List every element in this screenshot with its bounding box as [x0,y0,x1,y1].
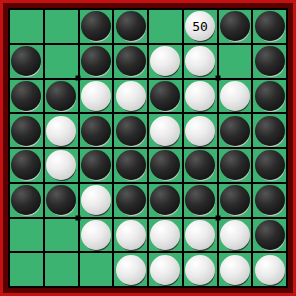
cell-d2[interactable] [114,45,147,78]
black-disc-h4 [255,116,285,146]
white-disc-f7 [185,220,215,250]
cell-c7[interactable] [80,219,113,252]
black-disc-c1 [81,11,111,41]
white-disc-c3 [81,81,111,111]
cell-e8[interactable] [149,253,182,286]
cell-f4[interactable] [184,114,217,147]
board-star-dot [76,76,81,81]
white-disc-f1: 50 [185,11,215,41]
black-disc-a6 [11,185,41,215]
black-disc-e5 [150,150,180,180]
black-disc-a5 [11,150,41,180]
white-disc-e8 [150,255,180,285]
cell-b5[interactable] [45,149,78,182]
black-disc-g6 [220,185,250,215]
cell-c6[interactable] [80,184,113,217]
cell-g5[interactable] [219,149,252,182]
cell-a3[interactable] [10,80,43,113]
white-disc-d7 [116,220,146,250]
cell-b3[interactable] [45,80,78,113]
black-disc-h5 [255,150,285,180]
cell-a5[interactable] [10,149,43,182]
black-disc-d4 [116,116,146,146]
cell-a2[interactable] [10,45,43,78]
white-disc-f3 [185,81,215,111]
white-disc-c7 [81,220,111,250]
black-disc-d1 [116,11,146,41]
cell-e6[interactable] [149,184,182,217]
white-disc-f8 [185,255,215,285]
black-disc-f6 [185,185,215,215]
white-disc-d3 [116,81,146,111]
cell-h5[interactable] [253,149,286,182]
black-disc-c2 [81,46,111,76]
cell-d5[interactable] [114,149,147,182]
cell-h6[interactable] [253,184,286,217]
cell-e2[interactable] [149,45,182,78]
cell-e4[interactable] [149,114,182,147]
cell-b8[interactable] [45,253,78,286]
cell-h2[interactable] [253,45,286,78]
cell-f8[interactable] [184,253,217,286]
black-disc-c5 [81,150,111,180]
white-disc-d8 [116,255,146,285]
board-frame: 50 [0,0,296,296]
board-star-dot [76,216,81,221]
cell-f1[interactable]: 50 [184,10,217,43]
othello-board: 50 [8,8,288,288]
cell-c4[interactable] [80,114,113,147]
black-disc-h7 [255,220,285,250]
black-disc-h1 [255,11,285,41]
cell-c5[interactable] [80,149,113,182]
cell-c2[interactable] [80,45,113,78]
cell-e7[interactable] [149,219,182,252]
cell-a7[interactable] [10,219,43,252]
black-disc-d6 [116,185,146,215]
cell-c8[interactable] [80,253,113,286]
cell-d8[interactable] [114,253,147,286]
white-disc-e2 [150,46,180,76]
cell-b2[interactable] [45,45,78,78]
cell-f7[interactable] [184,219,217,252]
white-disc-h8 [255,255,285,285]
white-disc-g3 [220,81,250,111]
cell-d3[interactable] [114,80,147,113]
cell-e3[interactable] [149,80,182,113]
black-disc-a3 [11,81,41,111]
white-disc-b4 [46,116,76,146]
white-disc-g8 [220,255,250,285]
cell-b7[interactable] [45,219,78,252]
black-disc-f5 [185,150,215,180]
cell-h1[interactable] [253,10,286,43]
last-move-number: 50 [192,20,208,33]
cell-g8[interactable] [219,253,252,286]
white-disc-b5 [46,150,76,180]
cell-e1[interactable] [149,10,182,43]
cell-e5[interactable] [149,149,182,182]
black-disc-b6 [46,185,76,215]
cell-f6[interactable] [184,184,217,217]
cell-h4[interactable] [253,114,286,147]
black-disc-e6 [150,185,180,215]
white-disc-c6 [81,185,111,215]
board-star-dot [216,76,221,81]
black-disc-h6 [255,185,285,215]
cell-h8[interactable] [253,253,286,286]
white-disc-g7 [220,220,250,250]
board-star-dot [216,216,221,221]
white-disc-e4 [150,116,180,146]
cell-g2[interactable] [219,45,252,78]
black-disc-g5 [220,150,250,180]
cell-h3[interactable] [253,80,286,113]
cell-a1[interactable] [10,10,43,43]
cell-a8[interactable] [10,253,43,286]
cell-b1[interactable] [45,10,78,43]
cell-g1[interactable] [219,10,252,43]
black-disc-g1 [220,11,250,41]
cell-a4[interactable] [10,114,43,147]
black-disc-h3 [255,81,285,111]
cell-c1[interactable] [80,10,113,43]
cell-d7[interactable] [114,219,147,252]
cell-b6[interactable] [45,184,78,217]
black-disc-b3 [46,81,76,111]
black-disc-d2 [116,46,146,76]
black-disc-g4 [220,116,250,146]
black-disc-h2 [255,46,285,76]
cell-g3[interactable] [219,80,252,113]
cell-a6[interactable] [10,184,43,217]
cell-f3[interactable] [184,80,217,113]
cell-h7[interactable] [253,219,286,252]
cell-c3[interactable] [80,80,113,113]
cell-d1[interactable] [114,10,147,43]
black-disc-d5 [116,150,146,180]
white-disc-f4 [185,116,215,146]
black-disc-a4 [11,116,41,146]
cell-d6[interactable] [114,184,147,217]
cell-f2[interactable] [184,45,217,78]
cell-g6[interactable] [219,184,252,217]
cell-g7[interactable] [219,219,252,252]
black-disc-a2 [11,46,41,76]
black-disc-c4 [81,116,111,146]
black-disc-e3 [150,81,180,111]
white-disc-e7 [150,220,180,250]
cell-d4[interactable] [114,114,147,147]
white-disc-f2 [185,46,215,76]
cell-g4[interactable] [219,114,252,147]
cell-b4[interactable] [45,114,78,147]
cell-f5[interactable] [184,149,217,182]
